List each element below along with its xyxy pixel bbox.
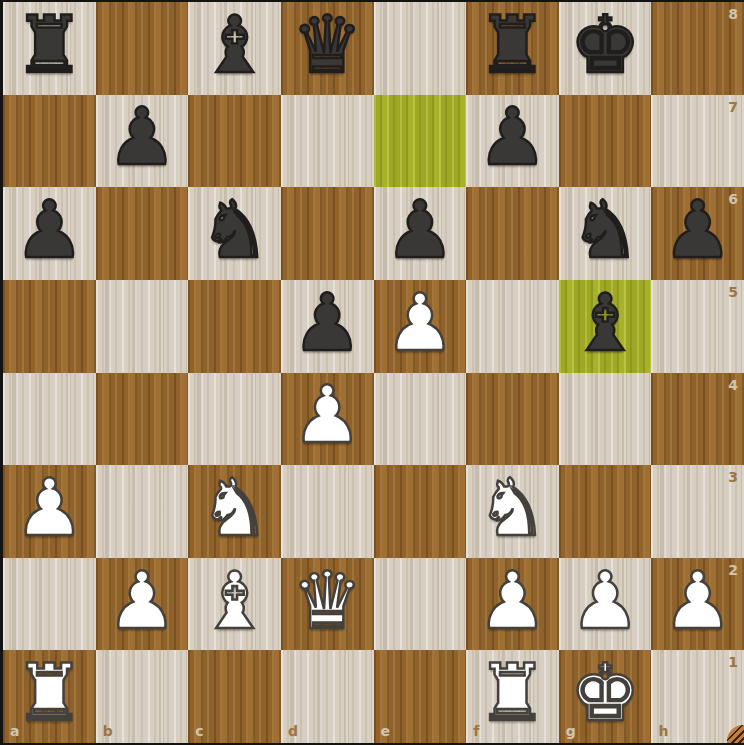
square-a5[interactable] <box>3 280 96 373</box>
file-label-h: h <box>658 723 668 739</box>
white-bishop-c2[interactable]: ♝ <box>199 562 270 641</box>
square-c7[interactable] <box>188 95 281 188</box>
square-d7[interactable] <box>281 95 374 188</box>
black-rook-a8[interactable]: ♜ <box>14 6 85 85</box>
square-b6[interactable] <box>96 187 189 280</box>
black-pawn-a6[interactable]: ♟ <box>14 191 85 270</box>
square-c2[interactable]: ♝ <box>188 558 281 651</box>
square-e4[interactable] <box>374 373 467 466</box>
square-d2[interactable]: ♛ <box>281 558 374 651</box>
black-king-g8[interactable]: ♚ <box>570 6 641 85</box>
square-h2[interactable]: ♟2 <box>651 558 744 651</box>
square-b8[interactable] <box>96 2 189 95</box>
white-king-g1[interactable]: ♚ <box>570 654 641 733</box>
rank-label-7: 7 <box>728 99 738 115</box>
square-g2[interactable]: ♟ <box>559 558 652 651</box>
square-d6[interactable] <box>281 187 374 280</box>
chess-board[interactable]: ♜♝♛♜♚8♟♟7♟♞♟♞♟6♟♟♝5♟4♟♞♞3♟♝♛♟♟♟2♜abcde♜f… <box>3 2 744 743</box>
file-label-c: c <box>195 723 203 739</box>
square-c1[interactable]: c <box>188 650 281 743</box>
square-a1[interactable]: ♜a <box>3 650 96 743</box>
square-b3[interactable] <box>96 465 189 558</box>
square-d5[interactable]: ♟ <box>281 280 374 373</box>
black-pawn-d5[interactable]: ♟ <box>292 284 363 363</box>
file-label-b: b <box>103 723 113 739</box>
square-b4[interactable] <box>96 373 189 466</box>
square-d4[interactable]: ♟ <box>281 373 374 466</box>
white-pawn-d4[interactable]: ♟ <box>292 376 363 455</box>
white-pawn-a3[interactable]: ♟ <box>14 469 85 548</box>
white-rook-f1[interactable]: ♜ <box>477 654 548 733</box>
square-f1[interactable]: ♜f <box>466 650 559 743</box>
square-h6[interactable]: ♟6 <box>651 187 744 280</box>
square-b1[interactable]: b <box>96 650 189 743</box>
square-g8[interactable]: ♚ <box>559 2 652 95</box>
black-bishop-c8[interactable]: ♝ <box>199 6 270 85</box>
square-b7[interactable]: ♟ <box>96 95 189 188</box>
rank-label-1: 1 <box>728 654 738 670</box>
square-e8[interactable] <box>374 2 467 95</box>
white-pawn-e5[interactable]: ♟ <box>384 284 455 363</box>
square-h1[interactable]: 1h <box>651 650 744 743</box>
square-e7[interactable] <box>374 95 467 188</box>
square-f4[interactable] <box>466 373 559 466</box>
white-pawn-b2[interactable]: ♟ <box>107 562 178 641</box>
square-g1[interactable]: ♚g <box>559 650 652 743</box>
square-c8[interactable]: ♝ <box>188 2 281 95</box>
file-label-e: e <box>381 723 391 739</box>
white-pawn-g2[interactable]: ♟ <box>570 562 641 641</box>
chess-board-container: ♜♝♛♜♚8♟♟7♟♞♟♞♟6♟♟♝5♟4♟♞♞3♟♝♛♟♟♟2♜abcde♜f… <box>0 0 744 745</box>
square-d8[interactable]: ♛ <box>281 2 374 95</box>
white-queen-d2[interactable]: ♛ <box>292 562 363 641</box>
white-knight-f3[interactable]: ♞ <box>477 469 548 548</box>
square-g7[interactable] <box>559 95 652 188</box>
square-f3[interactable]: ♞ <box>466 465 559 558</box>
square-g6[interactable]: ♞ <box>559 187 652 280</box>
white-pawn-f2[interactable]: ♟ <box>477 562 548 641</box>
square-a2[interactable] <box>3 558 96 651</box>
black-bishop-g5[interactable]: ♝ <box>570 284 641 363</box>
square-b2[interactable]: ♟ <box>96 558 189 651</box>
file-label-d: d <box>288 723 298 739</box>
square-a7[interactable] <box>3 95 96 188</box>
white-pawn-h2[interactable]: ♟ <box>662 562 733 641</box>
white-knight-c3[interactable]: ♞ <box>199 469 270 548</box>
black-rook-f8[interactable]: ♜ <box>477 6 548 85</box>
square-e5[interactable]: ♟ <box>374 280 467 373</box>
square-h7[interactable]: 7 <box>651 95 744 188</box>
square-f2[interactable]: ♟ <box>466 558 559 651</box>
square-a6[interactable]: ♟ <box>3 187 96 280</box>
black-pawn-e6[interactable]: ♟ <box>384 191 455 270</box>
square-f8[interactable]: ♜ <box>466 2 559 95</box>
black-pawn-h6[interactable]: ♟ <box>662 191 733 270</box>
black-pawn-b7[interactable]: ♟ <box>107 98 178 177</box>
square-c6[interactable]: ♞ <box>188 187 281 280</box>
square-f6[interactable] <box>466 187 559 280</box>
square-f7[interactable]: ♟ <box>466 95 559 188</box>
square-c3[interactable]: ♞ <box>188 465 281 558</box>
black-queen-d8[interactable]: ♛ <box>292 6 363 85</box>
rank-label-3: 3 <box>728 469 738 485</box>
square-h3[interactable]: 3 <box>651 465 744 558</box>
square-a8[interactable]: ♜ <box>3 2 96 95</box>
square-e2[interactable] <box>374 558 467 651</box>
rank-label-8: 8 <box>728 6 738 22</box>
square-g3[interactable] <box>559 465 652 558</box>
square-c5[interactable] <box>188 280 281 373</box>
square-e6[interactable]: ♟ <box>374 187 467 280</box>
square-g4[interactable] <box>559 373 652 466</box>
rank-label-5: 5 <box>728 284 738 300</box>
square-g5[interactable]: ♝ <box>559 280 652 373</box>
square-e1[interactable]: e <box>374 650 467 743</box>
square-h4[interactable]: 4 <box>651 373 744 466</box>
square-d3[interactable] <box>281 465 374 558</box>
rank-label-4: 4 <box>728 377 738 393</box>
black-knight-g6[interactable]: ♞ <box>570 191 641 270</box>
square-a3[interactable]: ♟ <box>3 465 96 558</box>
square-f5[interactable] <box>466 280 559 373</box>
square-d1[interactable]: d <box>281 650 374 743</box>
square-c4[interactable] <box>188 373 281 466</box>
black-knight-c6[interactable]: ♞ <box>199 191 270 270</box>
black-pawn-f7[interactable]: ♟ <box>477 98 548 177</box>
square-e3[interactable] <box>374 465 467 558</box>
white-rook-a1[interactable]: ♜ <box>14 654 85 733</box>
square-a4[interactable] <box>3 373 96 466</box>
square-h8[interactable]: 8 <box>651 2 744 95</box>
square-b5[interactable] <box>96 280 189 373</box>
square-h5[interactable]: 5 <box>651 280 744 373</box>
